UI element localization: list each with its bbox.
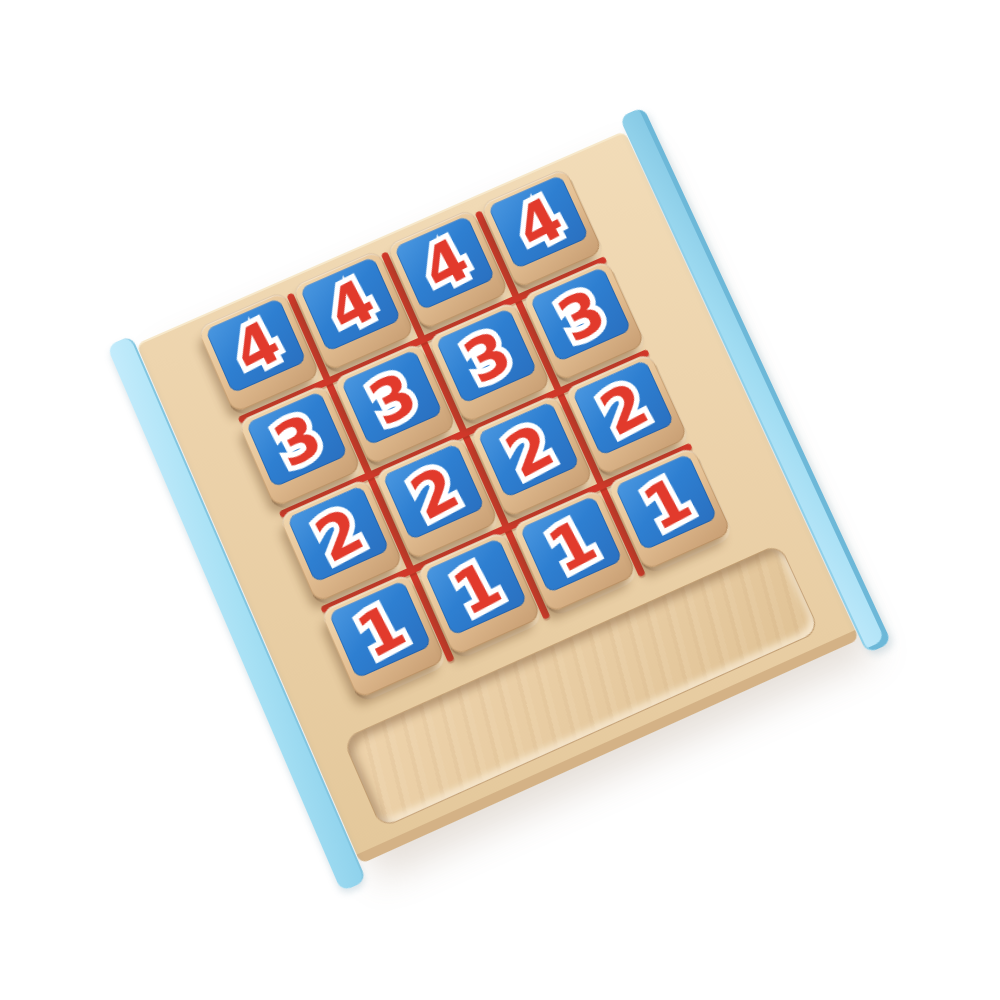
tile-number: 4: [319, 270, 383, 341]
tile-number: 4: [224, 311, 288, 382]
tile-face: 4: [394, 215, 496, 310]
tile-number: 2: [591, 373, 656, 445]
tile-number: 3: [549, 280, 614, 351]
tile-number: 4: [413, 228, 477, 299]
tile-number: 2: [306, 498, 371, 571]
tile-face: 4: [205, 298, 307, 394]
tile-number: 1: [634, 467, 699, 539]
tile-face: 4: [488, 174, 590, 269]
tile-number: 3: [455, 321, 520, 392]
tile-number: 1: [348, 594, 413, 667]
product-photo-scene: 4444333322221111: [0, 0, 1000, 1000]
tile-number: 3: [265, 404, 330, 476]
tile-number: 2: [497, 414, 562, 486]
tile-number: 2: [402, 456, 467, 528]
sudoku-board: 4444333322221111: [136, 131, 859, 864]
tile-number: 4: [507, 188, 571, 258]
tile-number: 1: [539, 509, 604, 582]
tile-number: 1: [444, 551, 509, 624]
tile-face: 4: [300, 256, 402, 352]
tile-number: 3: [360, 363, 425, 435]
